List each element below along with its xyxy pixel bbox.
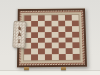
- bishop-piece-icon: ♝: [17, 37, 22, 44]
- chess-pieces-bag: ♞ ♟ ♝: [12, 20, 26, 48]
- square-b1: [31, 54, 38, 60]
- square-f1: [58, 54, 65, 60]
- board-margin: [21, 12, 83, 63]
- shelf-surface: [0, 70, 100, 75]
- photo-scene: ♞ ♟ ♝: [0, 0, 100, 75]
- square-c1: [37, 54, 44, 60]
- knight-piece-icon: ♞: [17, 24, 22, 31]
- square-e1: [51, 54, 58, 60]
- board-grid: [24, 15, 80, 60]
- chess-board: [16, 8, 86, 68]
- square-d1: [44, 54, 51, 60]
- pawn-piece-icon: ♟: [17, 31, 22, 38]
- square-g1: [65, 54, 72, 60]
- brass-hinge-left: [24, 67, 29, 70]
- brass-hinge-right: [61, 67, 66, 70]
- board-inlay-border: [19, 10, 85, 65]
- square-h1: [72, 54, 79, 60]
- square-a1: [24, 55, 31, 61]
